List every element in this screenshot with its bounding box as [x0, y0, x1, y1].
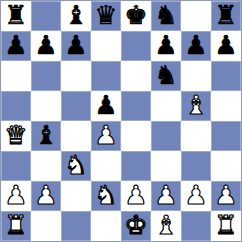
square-f5[interactable] [151, 91, 181, 121]
square-f1[interactable]: ♝ [151, 211, 181, 241]
square-h8[interactable]: ♜ [211, 1, 241, 31]
piece-white-knight: ♞ [64, 152, 87, 178]
square-e6[interactable] [121, 61, 151, 91]
piece-black-knight: ♞ [154, 62, 177, 88]
piece-white-rook: ♜ [4, 212, 27, 238]
square-b8[interactable] [31, 1, 61, 31]
square-d4[interactable]: ♟ [91, 121, 121, 151]
square-h6[interactable] [211, 61, 241, 91]
square-f2[interactable]: ♟ [151, 181, 181, 211]
square-a7[interactable]: ♟ [1, 31, 31, 61]
square-d3[interactable] [91, 151, 121, 181]
square-f3[interactable] [151, 151, 181, 181]
square-h7[interactable]: ♟ [211, 31, 241, 61]
piece-black-pawn: ♟ [154, 32, 177, 58]
square-b3[interactable] [31, 151, 61, 181]
square-g8[interactable] [181, 1, 211, 31]
square-c7[interactable]: ♟ [61, 31, 91, 61]
square-e8[interactable]: ♚ [121, 1, 151, 31]
piece-black-bishop: ♝ [64, 2, 87, 28]
piece-white-bishop: ♝ [184, 92, 207, 118]
square-e3[interactable] [121, 151, 151, 181]
piece-white-pawn: ♟ [34, 182, 57, 208]
square-a2[interactable]: ♟ [1, 181, 31, 211]
square-g4[interactable] [181, 121, 211, 151]
square-e7[interactable] [121, 31, 151, 61]
square-h1[interactable]: ♜ [211, 211, 241, 241]
square-a3[interactable] [1, 151, 31, 181]
chess-board: ♜♝♛♚♞♜♟♟♟♟♟♟♞♟♝♛♝♟♞♟♟♞♟♟♟♟♜♚♝♜ [0, 0, 242, 242]
square-a5[interactable] [1, 91, 31, 121]
square-d8[interactable]: ♛ [91, 1, 121, 31]
piece-black-bishop: ♝ [34, 122, 57, 148]
square-d6[interactable] [91, 61, 121, 91]
square-c5[interactable] [61, 91, 91, 121]
square-e2[interactable]: ♟ [121, 181, 151, 211]
square-f4[interactable] [151, 121, 181, 151]
square-e1[interactable]: ♚ [121, 211, 151, 241]
square-b1[interactable] [31, 211, 61, 241]
piece-white-pawn: ♟ [214, 182, 237, 208]
piece-black-pawn: ♟ [34, 32, 57, 58]
square-g6[interactable] [181, 61, 211, 91]
square-d5[interactable]: ♟ [91, 91, 121, 121]
square-h4[interactable] [211, 121, 241, 151]
piece-white-queen: ♛ [4, 122, 27, 148]
square-c8[interactable]: ♝ [61, 1, 91, 31]
square-a1[interactable]: ♜ [1, 211, 31, 241]
square-c4[interactable] [61, 121, 91, 151]
piece-black-pawn: ♟ [184, 32, 207, 58]
square-g5[interactable]: ♝ [181, 91, 211, 121]
square-f6[interactable]: ♞ [151, 61, 181, 91]
square-g1[interactable] [181, 211, 211, 241]
square-c1[interactable] [61, 211, 91, 241]
square-g7[interactable]: ♟ [181, 31, 211, 61]
square-b7[interactable]: ♟ [31, 31, 61, 61]
piece-white-pawn: ♟ [184, 182, 207, 208]
square-b6[interactable] [31, 61, 61, 91]
square-a6[interactable] [1, 61, 31, 91]
piece-white-pawn: ♟ [4, 182, 27, 208]
square-f8[interactable]: ♞ [151, 1, 181, 31]
piece-black-pawn: ♟ [64, 32, 87, 58]
piece-white-knight: ♞ [94, 182, 117, 208]
square-c3[interactable]: ♞ [61, 151, 91, 181]
square-c6[interactable] [61, 61, 91, 91]
square-b5[interactable] [31, 91, 61, 121]
piece-black-pawn: ♟ [4, 32, 27, 58]
square-b4[interactable]: ♝ [31, 121, 61, 151]
square-e5[interactable] [121, 91, 151, 121]
piece-black-pawn: ♟ [94, 92, 117, 118]
square-a8[interactable]: ♜ [1, 1, 31, 31]
piece-black-queen: ♛ [94, 2, 117, 28]
square-h5[interactable] [211, 91, 241, 121]
square-c2[interactable] [61, 181, 91, 211]
square-d1[interactable] [91, 211, 121, 241]
piece-white-pawn: ♟ [94, 122, 117, 148]
piece-black-king: ♚ [124, 2, 147, 28]
square-b2[interactable]: ♟ [31, 181, 61, 211]
piece-black-rook: ♜ [214, 2, 237, 28]
square-g3[interactable] [181, 151, 211, 181]
square-a4[interactable]: ♛ [1, 121, 31, 151]
square-h2[interactable]: ♟ [211, 181, 241, 211]
square-e4[interactable] [121, 121, 151, 151]
piece-black-pawn: ♟ [214, 32, 237, 58]
piece-white-king: ♚ [124, 212, 147, 238]
square-d2[interactable]: ♞ [91, 181, 121, 211]
square-h3[interactable] [211, 151, 241, 181]
piece-black-knight: ♞ [154, 2, 177, 28]
piece-white-bishop: ♝ [154, 212, 177, 238]
square-g2[interactable]: ♟ [181, 181, 211, 211]
piece-white-pawn: ♟ [154, 182, 177, 208]
piece-white-rook: ♜ [214, 212, 237, 238]
square-f7[interactable]: ♟ [151, 31, 181, 61]
square-d7[interactable] [91, 31, 121, 61]
piece-black-rook: ♜ [4, 2, 27, 28]
piece-white-pawn: ♟ [124, 182, 147, 208]
